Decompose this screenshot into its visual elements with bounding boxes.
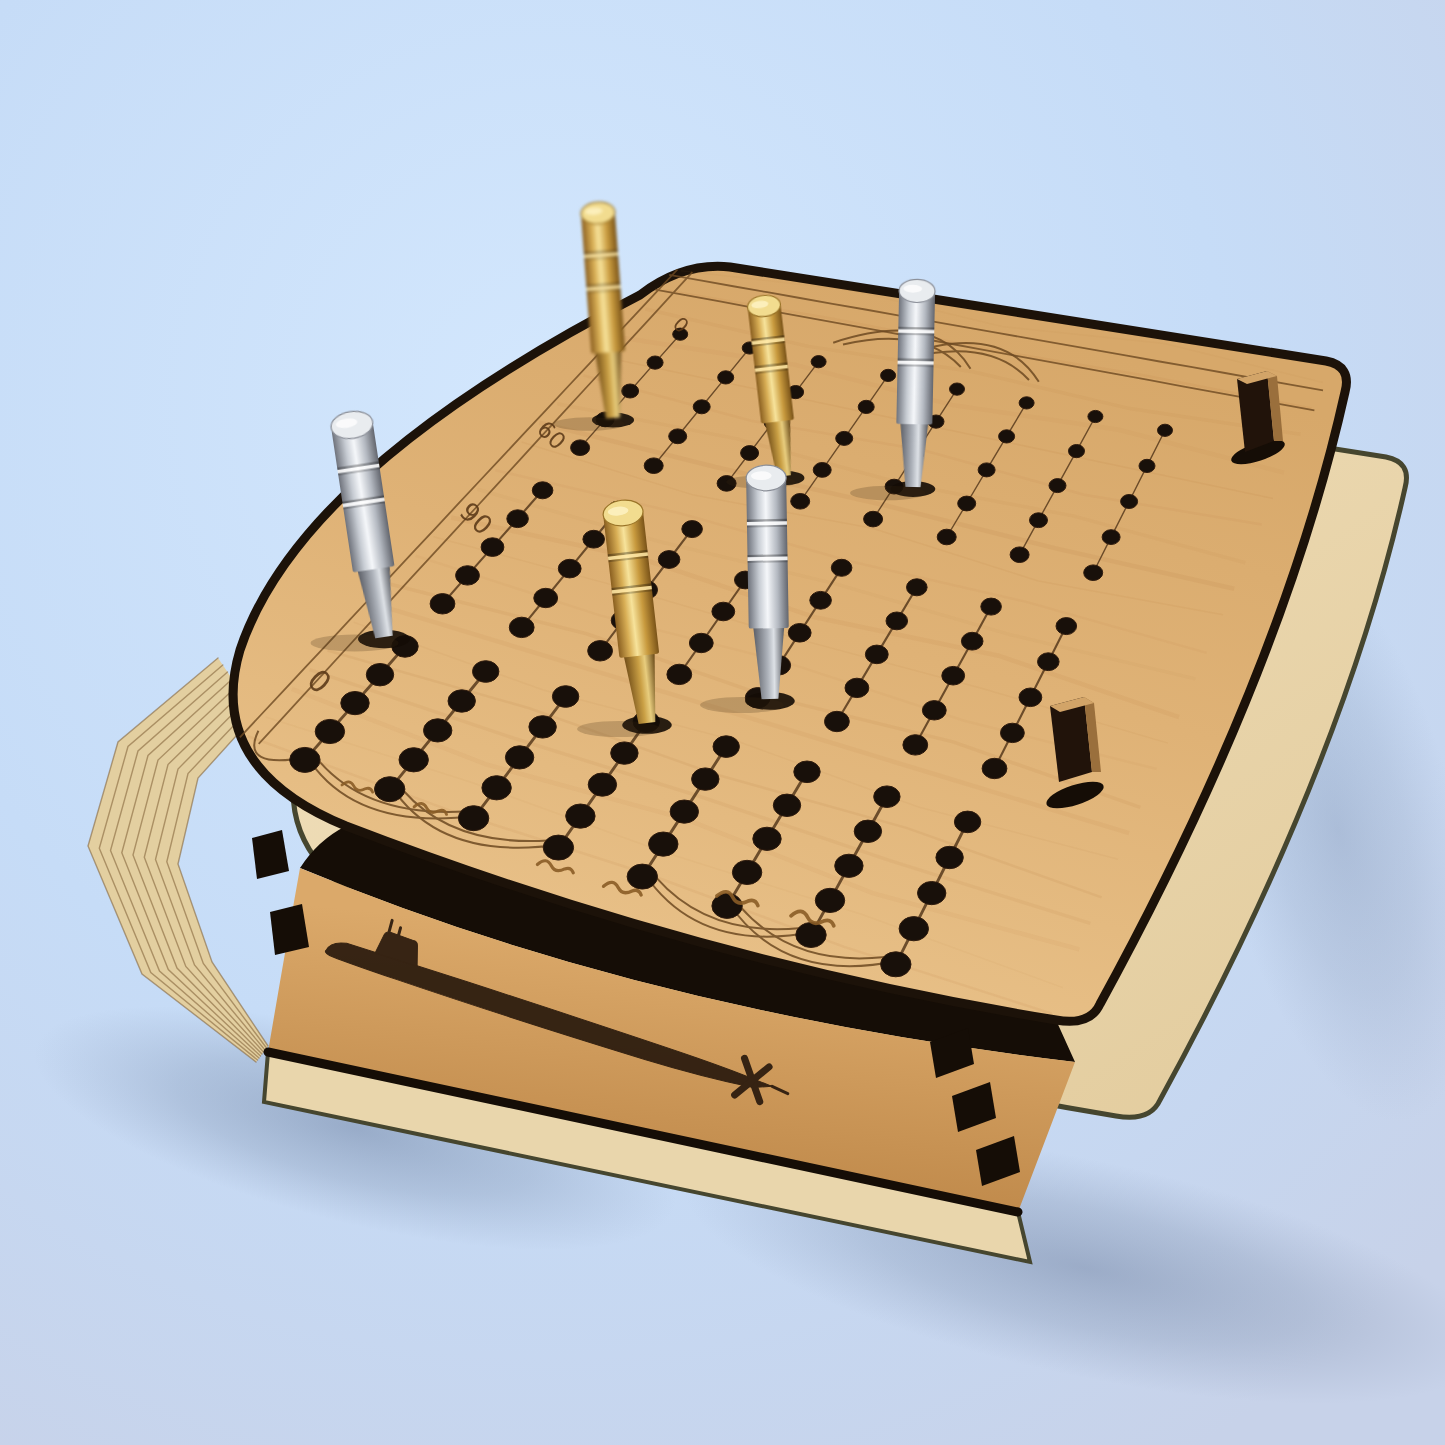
track-hole-c5-11[interactable]	[713, 736, 739, 758]
track-hole-c8-5[interactable]	[1084, 565, 1103, 581]
track-hole-c8-9[interactable]	[1001, 723, 1025, 742]
track-hole-c8-12[interactable]	[936, 846, 963, 868]
track-hole-c2-8[interactable]	[558, 559, 581, 578]
peg-ring	[898, 329, 934, 333]
track-hole-c4-3[interactable]	[836, 431, 853, 445]
track-hole-c8-10[interactable]	[982, 758, 1007, 778]
track-hole-c7-13[interactable]	[835, 854, 863, 877]
track-hole-c2-4[interactable]	[669, 429, 687, 444]
track-hole-c4-8[interactable]	[712, 602, 735, 621]
track-hole-c8-11[interactable]	[954, 811, 980, 833]
track-hole-c5-13[interactable]	[670, 800, 698, 823]
track-hole-c8-3[interactable]	[1121, 495, 1138, 509]
track-hole-c2-12[interactable]	[448, 690, 475, 712]
track-hole-c8-2[interactable]	[1139, 459, 1155, 472]
track-hole-c6-2[interactable]	[999, 430, 1015, 443]
track-hole-c4-14[interactable]	[566, 804, 595, 828]
track-hole-c4-13[interactable]	[588, 773, 616, 796]
track-hole-c8-1[interactable]	[1158, 424, 1173, 436]
track-hole-c5-5[interactable]	[864, 511, 883, 527]
track-hole-c3-15[interactable]	[458, 806, 488, 831]
track-hole-c5-1[interactable]	[950, 383, 965, 395]
track-hole-c1-6[interactable]	[532, 482, 553, 499]
track-hole-c2-11[interactable]	[473, 661, 499, 683]
track-hole-c2-10[interactable]	[509, 617, 534, 637]
track-hole-c8-8[interactable]	[1019, 688, 1042, 707]
track-hole-c4-4[interactable]	[813, 463, 831, 478]
peg-cast-shadow	[311, 635, 399, 652]
track-hole-c4-10[interactable]	[667, 664, 692, 684]
track-hole-c6-9[interactable]	[845, 678, 869, 697]
track-hole-c4-15[interactable]	[543, 835, 573, 860]
track-hole-c8-15[interactable]	[881, 952, 911, 977]
track-hole-c3-14[interactable]	[482, 776, 511, 800]
track-hole-c6-4[interactable]	[958, 496, 976, 511]
track-hole-c5-12[interactable]	[692, 768, 719, 790]
track-hole-c3-12[interactable]	[529, 716, 556, 738]
track-hole-c3-10[interactable]	[588, 641, 613, 661]
track-hole-c7-11[interactable]	[874, 786, 900, 808]
track-hole-c1-14[interactable]	[315, 719, 344, 743]
track-hole-c7-12[interactable]	[854, 820, 881, 842]
track-hole-c8-14[interactable]	[899, 917, 928, 941]
peg-cast-shadow	[554, 417, 625, 431]
track-hole-c4-12[interactable]	[611, 742, 638, 764]
track-hole-c4-9[interactable]	[689, 633, 713, 652]
track-hole-c1-12[interactable]	[366, 664, 393, 686]
track-hole-c3-13[interactable]	[505, 746, 533, 769]
track-hole-c7-2[interactable]	[1069, 445, 1085, 458]
track-hole-c4-1[interactable]	[881, 369, 896, 381]
track-hole-c2-15[interactable]	[375, 777, 405, 802]
track-hole-c6-10[interactable]	[825, 711, 850, 731]
track-hole-c1-5[interactable]	[571, 440, 590, 456]
track-hole-c8-4[interactable]	[1102, 530, 1120, 545]
track-hole-c7-4[interactable]	[1030, 513, 1048, 528]
track-hole-c5-7[interactable]	[810, 591, 832, 609]
track-hole-c1-13[interactable]	[341, 692, 369, 715]
track-hole-c7-7[interactable]	[961, 632, 983, 650]
track-hole-c3-11[interactable]	[552, 686, 578, 708]
track-hole-c6-14[interactable]	[732, 860, 761, 884]
track-hole-c6-8[interactable]	[865, 645, 888, 664]
track-hole-c6-7[interactable]	[886, 612, 908, 630]
track-hole-c5-14[interactable]	[649, 832, 678, 856]
track-hole-c6-5[interactable]	[937, 529, 956, 545]
track-hole-c5-8[interactable]	[788, 624, 811, 643]
track-hole-c2-13[interactable]	[424, 719, 452, 742]
track-hole-c6-1[interactable]	[1019, 397, 1034, 409]
photo-canvas: 060900 Cribbage	[0, 0, 1445, 1445]
track-hole-c2-2[interactable]	[718, 371, 734, 384]
peg-cast-shadow	[577, 721, 661, 737]
track-hole-c7-1[interactable]	[1088, 410, 1103, 422]
peg-ring	[748, 557, 788, 561]
track-hole-c7-3[interactable]	[1049, 479, 1066, 493]
cribbage-scene: 060900	[0, 0, 1445, 1445]
track-hole-c1-8[interactable]	[481, 538, 504, 557]
peg-ring	[898, 361, 934, 365]
peg-cast-shadow	[700, 697, 784, 713]
peg-body	[746, 478, 789, 629]
track-hole-c3-7[interactable]	[658, 551, 680, 569]
peg-body	[896, 291, 935, 425]
track-hole-c6-12[interactable]	[773, 794, 800, 816]
track-hole-c7-6[interactable]	[981, 598, 1002, 615]
track-hole-c6-3[interactable]	[978, 463, 995, 477]
track-hole-c4-2[interactable]	[858, 400, 874, 413]
track-hole-c1-9[interactable]	[456, 566, 480, 585]
track-hole-c2-14[interactable]	[399, 748, 428, 772]
track-hole-c1-2[interactable]	[647, 356, 663, 369]
track-hole-c7-14[interactable]	[815, 888, 844, 912]
track-hole-c2-5[interactable]	[644, 458, 663, 474]
track-hole-c1-7[interactable]	[507, 510, 529, 528]
track-hole-c4-5[interactable]	[791, 494, 810, 510]
track-hole-c6-6[interactable]	[907, 579, 928, 596]
track-hole-c7-8[interactable]	[942, 666, 965, 685]
track-hole-c7-15[interactable]	[796, 923, 826, 948]
submarine-periscope	[398, 928, 400, 936]
track-hole-c1-15[interactable]	[290, 747, 320, 772]
peg-ring	[747, 521, 787, 525]
track-hole-c8-6[interactable]	[1056, 618, 1077, 635]
face-slot	[270, 904, 309, 955]
track-hole-c2-3[interactable]	[693, 400, 710, 414]
track-hole-c6-13[interactable]	[753, 827, 781, 850]
track-hole-c7-10[interactable]	[903, 735, 928, 755]
track-hole-c3-1[interactable]	[811, 356, 826, 368]
track-hole-c6-11[interactable]	[794, 761, 820, 783]
track-hole-c1-3[interactable]	[622, 384, 639, 398]
track-hole-c5-15[interactable]	[627, 864, 657, 889]
track-hole-c2-7[interactable]	[583, 530, 605, 548]
track-hole-c7-9[interactable]	[922, 701, 946, 720]
track-hole-c5-6[interactable]	[831, 559, 852, 576]
track-hole-c2-9[interactable]	[534, 588, 558, 607]
track-hole-c3-4[interactable]	[741, 446, 759, 461]
track-hole-c1-10[interactable]	[430, 594, 455, 614]
track-hole-c8-7[interactable]	[1038, 653, 1060, 671]
track-hole-c7-5[interactable]	[1010, 547, 1029, 563]
peg-cast-shadow	[850, 486, 926, 500]
track-hole-c3-6[interactable]	[682, 521, 703, 538]
track-hole-c8-13[interactable]	[918, 882, 946, 905]
